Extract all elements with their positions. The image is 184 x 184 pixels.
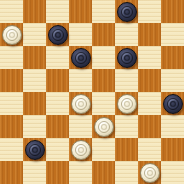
white-man-d2[interactable] [71, 140, 91, 160]
square-b4[interactable] [23, 92, 46, 115]
square-h6[interactable] [161, 46, 184, 69]
square-f5 [115, 69, 138, 92]
square-h7 [161, 23, 184, 46]
square-g2 [138, 138, 161, 161]
square-b3 [23, 115, 46, 138]
square-a7[interactable] [0, 23, 23, 46]
square-g7[interactable] [138, 23, 161, 46]
black-man-f8[interactable] [117, 2, 137, 22]
black-man-d6[interactable] [71, 48, 91, 68]
square-d5 [69, 69, 92, 92]
square-a2 [0, 138, 23, 161]
square-f2[interactable] [115, 138, 138, 161]
square-g1[interactable] [138, 161, 161, 184]
white-man-f4[interactable] [117, 94, 137, 114]
square-b8[interactable] [23, 0, 46, 23]
square-e7[interactable] [92, 23, 115, 46]
square-f8[interactable] [115, 0, 138, 23]
white-man-a7[interactable] [2, 25, 22, 45]
white-man-g1[interactable] [140, 163, 160, 183]
square-h2[interactable] [161, 138, 184, 161]
black-man-h4[interactable] [163, 94, 183, 114]
square-a8 [0, 0, 23, 23]
square-e2 [92, 138, 115, 161]
square-a4 [0, 92, 23, 115]
square-h4[interactable] [161, 92, 184, 115]
square-a6 [0, 46, 23, 69]
square-h1 [161, 161, 184, 184]
square-d8[interactable] [69, 0, 92, 23]
square-e4 [92, 92, 115, 115]
square-f3 [115, 115, 138, 138]
checkers-app [0, 0, 184, 184]
square-e1[interactable] [92, 161, 115, 184]
square-b7 [23, 23, 46, 46]
square-b2[interactable] [23, 138, 46, 161]
square-h5 [161, 69, 184, 92]
square-c3[interactable] [46, 115, 69, 138]
square-a1[interactable] [0, 161, 23, 184]
square-c6 [46, 46, 69, 69]
square-h3 [161, 115, 184, 138]
black-man-b2[interactable] [25, 140, 45, 160]
square-c7[interactable] [46, 23, 69, 46]
square-g6 [138, 46, 161, 69]
square-e8 [92, 0, 115, 23]
square-c2 [46, 138, 69, 161]
square-b5 [23, 69, 46, 92]
square-d1 [69, 161, 92, 184]
square-d3 [69, 115, 92, 138]
square-e6 [92, 46, 115, 69]
square-g4 [138, 92, 161, 115]
square-g5[interactable] [138, 69, 161, 92]
white-man-d4[interactable] [71, 94, 91, 114]
square-g8 [138, 0, 161, 23]
square-a5[interactable] [0, 69, 23, 92]
square-b1 [23, 161, 46, 184]
square-g3[interactable] [138, 115, 161, 138]
square-c4 [46, 92, 69, 115]
square-d6[interactable] [69, 46, 92, 69]
square-a3[interactable] [0, 115, 23, 138]
square-d7 [69, 23, 92, 46]
square-f4[interactable] [115, 92, 138, 115]
square-d2[interactable] [69, 138, 92, 161]
square-c5[interactable] [46, 69, 69, 92]
square-d4[interactable] [69, 92, 92, 115]
square-f7 [115, 23, 138, 46]
square-c1[interactable] [46, 161, 69, 184]
square-f1 [115, 161, 138, 184]
square-f6[interactable] [115, 46, 138, 69]
square-e5[interactable] [92, 69, 115, 92]
square-h8[interactable] [161, 0, 184, 23]
white-man-e3[interactable] [94, 117, 114, 137]
black-man-f6[interactable] [117, 48, 137, 68]
square-e3[interactable] [92, 115, 115, 138]
square-c8 [46, 0, 69, 23]
black-man-c7[interactable] [48, 25, 68, 45]
checkers-board [0, 0, 184, 184]
square-b6[interactable] [23, 46, 46, 69]
